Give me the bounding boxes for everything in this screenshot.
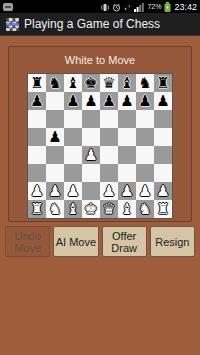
square-a3[interactable]: [28, 164, 46, 182]
square-c4[interactable]: [64, 146, 82, 164]
black-pawn: ♟: [138, 92, 151, 110]
square-d4[interactable]: ♟: [82, 146, 100, 164]
clock-text: 23:42: [174, 2, 197, 12]
square-g4[interactable]: [136, 146, 154, 164]
white-pawn: ♟: [48, 182, 61, 200]
black-pawn: ♟: [102, 92, 115, 110]
square-b3[interactable]: [46, 164, 64, 182]
square-e1[interactable]: ♛: [100, 200, 118, 218]
square-f5[interactable]: [118, 128, 136, 146]
battery-percent: 72%: [147, 3, 161, 10]
square-f4[interactable]: [118, 146, 136, 164]
square-h4[interactable]: [154, 146, 172, 164]
square-a8[interactable]: ♜: [28, 74, 46, 92]
square-d5[interactable]: [82, 128, 100, 146]
app-icon: [6, 18, 19, 31]
square-c1[interactable]: ♝: [64, 200, 82, 218]
white-pawn: ♟: [120, 182, 133, 200]
square-e2[interactable]: ♟: [100, 182, 118, 200]
white-knight: ♞: [138, 200, 151, 218]
square-a5[interactable]: [28, 128, 46, 146]
square-c5[interactable]: [64, 128, 82, 146]
square-g5[interactable]: [136, 128, 154, 146]
black-king: ♚: [84, 74, 97, 92]
white-pawn: ♟: [84, 146, 97, 164]
square-h6[interactable]: [154, 110, 172, 128]
square-g7[interactable]: ♟: [136, 92, 154, 110]
square-f2[interactable]: ♟: [118, 182, 136, 200]
square-b4[interactable]: [46, 146, 64, 164]
black-pawn: ♟: [120, 92, 133, 110]
white-pawn: ♟: [102, 182, 115, 200]
square-a2[interactable]: ♟: [28, 182, 46, 200]
white-knight: ♞: [48, 200, 61, 218]
square-b6[interactable]: [46, 110, 64, 128]
white-queen: ♛: [102, 200, 115, 218]
square-a7[interactable]: ♟: [28, 92, 46, 110]
square-h7[interactable]: ♟: [154, 92, 172, 110]
black-pawn: ♟: [48, 128, 61, 146]
square-a6[interactable]: [28, 110, 46, 128]
square-h2[interactable]: ♟: [154, 182, 172, 200]
square-e8[interactable]: ♛: [100, 74, 118, 92]
white-pawn: ♟: [30, 182, 43, 200]
app-title: Playing a Game of Chess: [24, 17, 160, 31]
square-d6[interactable]: [82, 110, 100, 128]
main-content: White to Move ♜♞♝♚♛♝♞♜♟♟♟♟♟♟♟♟♟♟♟♟♟♟♟♟♜♞…: [0, 36, 200, 355]
square-g3[interactable]: [136, 164, 154, 182]
square-h5[interactable]: [154, 128, 172, 146]
square-f1[interactable]: ♝: [118, 200, 136, 218]
square-b1[interactable]: ♞: [46, 200, 64, 218]
square-e6[interactable]: [100, 110, 118, 128]
square-e7[interactable]: ♟: [100, 92, 118, 110]
notification-icon: [3, 3, 13, 11]
black-bishop: ♝: [120, 74, 133, 92]
square-a4[interactable]: [28, 146, 46, 164]
black-bishop: ♝: [66, 74, 79, 92]
black-queen: ♛: [102, 74, 115, 92]
white-pawn: ♟: [156, 182, 169, 200]
black-knight: ♞: [138, 74, 151, 92]
square-c2[interactable]: ♟: [64, 182, 82, 200]
square-h3[interactable]: [154, 164, 172, 182]
black-pawn: ♟: [66, 92, 79, 110]
black-knight: ♞: [48, 74, 61, 92]
white-pawn: ♟: [138, 182, 151, 200]
square-d7[interactable]: ♟: [82, 92, 100, 110]
square-b8[interactable]: ♞: [46, 74, 64, 92]
square-b2[interactable]: ♟: [46, 182, 64, 200]
square-g6[interactable]: [136, 110, 154, 128]
undo-move-button[interactable]: Undo Move: [5, 226, 50, 257]
square-f8[interactable]: ♝: [118, 74, 136, 92]
action-buttons: Undo Move AI Move Offer Draw Resign: [5, 226, 195, 257]
square-c7[interactable]: ♟: [64, 92, 82, 110]
square-e4[interactable]: [100, 146, 118, 164]
black-pawn: ♟: [84, 92, 97, 110]
game-panel: White to Move ♜♞♝♚♛♝♞♜♟♟♟♟♟♟♟♟♟♟♟♟♟♟♟♟♜♞…: [8, 46, 192, 222]
square-g2[interactable]: ♟: [136, 182, 154, 200]
square-g1[interactable]: ♞: [136, 200, 154, 218]
square-c8[interactable]: ♝: [64, 74, 82, 92]
square-c3[interactable]: [64, 164, 82, 182]
screen: 72% 23:42 Playing a Game of Chess White …: [0, 0, 200, 355]
square-d2[interactable]: [82, 182, 100, 200]
square-b5[interactable]: ♟: [46, 128, 64, 146]
square-d1[interactable]: ♚: [82, 200, 100, 218]
black-pawn: ♟: [30, 92, 43, 110]
white-bishop: ♝: [66, 200, 79, 218]
square-b7[interactable]: [46, 92, 64, 110]
black-pawn: ♟: [156, 92, 169, 110]
black-rook: ♜: [30, 74, 43, 92]
square-d8[interactable]: ♚: [82, 74, 100, 92]
title-bar: Playing a Game of Chess: [0, 13, 200, 36]
black-rook: ♜: [156, 74, 169, 92]
square-g8[interactable]: ♞: [136, 74, 154, 92]
chess-board[interactable]: ♜♞♝♚♛♝♞♜♟♟♟♟♟♟♟♟♟♟♟♟♟♟♟♟♜♞♝♚♛♝♞♜: [27, 73, 173, 219]
ai-move-button[interactable]: AI Move: [53, 226, 98, 257]
square-f3[interactable]: [118, 164, 136, 182]
turn-indicator: White to Move: [9, 47, 191, 73]
square-c6[interactable]: [64, 110, 82, 128]
square-h8[interactable]: ♜: [154, 74, 172, 92]
square-d3[interactable]: [82, 164, 100, 182]
white-rook: ♜: [156, 200, 169, 218]
square-f7[interactable]: ♟: [118, 92, 136, 110]
square-e3[interactable]: [100, 164, 118, 182]
white-king: ♚: [84, 200, 97, 218]
white-bishop: ♝: [120, 200, 133, 218]
square-e5[interactable]: [100, 128, 118, 146]
square-f6[interactable]: [118, 110, 136, 128]
white-pawn: ♟: [66, 182, 79, 200]
square-a1[interactable]: ♜: [28, 200, 46, 218]
offer-draw-button[interactable]: Offer Draw: [102, 226, 147, 257]
resign-button[interactable]: Resign: [150, 226, 195, 257]
square-h1[interactable]: ♜: [154, 200, 172, 218]
white-rook: ♜: [30, 200, 43, 218]
status-bar: 72% 23:42: [0, 0, 200, 13]
